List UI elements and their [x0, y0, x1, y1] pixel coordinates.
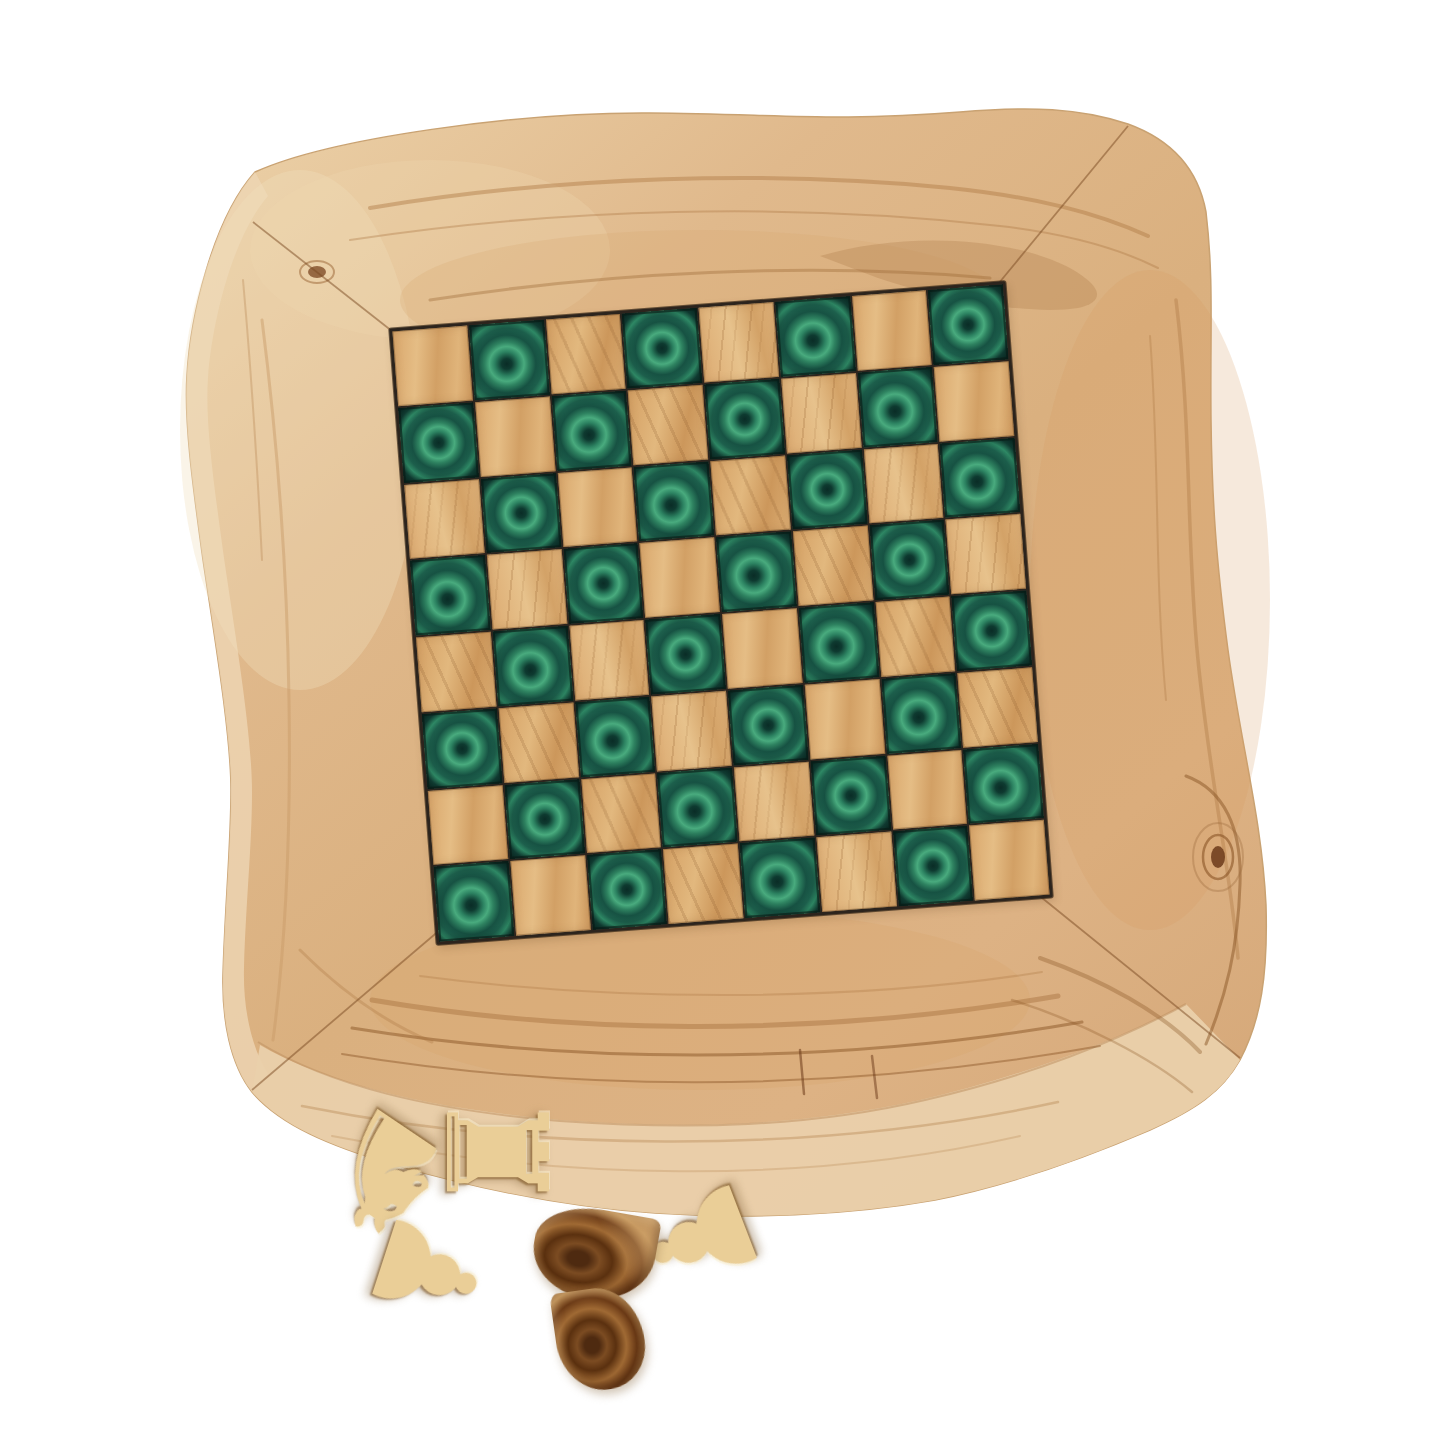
- square-d2: [657, 767, 737, 847]
- square-c3: [575, 696, 655, 776]
- square-d4: [646, 614, 726, 694]
- square-d3: [651, 691, 731, 771]
- square-b5: [487, 549, 567, 629]
- square-b6: [481, 473, 561, 553]
- square-f2: [810, 755, 890, 835]
- square-g6: [863, 443, 943, 523]
- square-b7: [475, 396, 555, 476]
- square-h1: [969, 820, 1049, 900]
- square-a7: [398, 402, 478, 482]
- square-g3: [881, 673, 961, 753]
- square-a3: [422, 708, 502, 788]
- square-e8: [699, 302, 779, 382]
- square-f5: [793, 526, 873, 606]
- square-h3: [958, 667, 1038, 747]
- square-c4: [569, 620, 649, 700]
- square-h6: [940, 437, 1020, 517]
- square-f6: [787, 449, 867, 529]
- square-e1: [740, 838, 820, 918]
- square-a1: [434, 861, 514, 941]
- square-c8: [545, 314, 625, 394]
- square-f7: [781, 373, 861, 453]
- square-h2: [963, 744, 1043, 824]
- square-c5: [563, 543, 643, 623]
- square-b2: [504, 779, 584, 859]
- square-h7: [934, 361, 1014, 441]
- chess-board: [389, 281, 1053, 945]
- square-a6: [404, 479, 484, 559]
- square-g7: [857, 367, 937, 447]
- square-g8: [852, 290, 932, 370]
- square-a4: [416, 632, 496, 712]
- square-a2: [428, 785, 508, 865]
- square-c2: [581, 773, 661, 853]
- square-f3: [804, 679, 884, 759]
- square-c7: [551, 390, 631, 470]
- square-d5: [640, 538, 720, 618]
- square-g2: [887, 749, 967, 829]
- square-e7: [704, 379, 784, 459]
- square-d8: [622, 308, 702, 388]
- square-c6: [557, 467, 637, 547]
- square-e3: [728, 685, 808, 765]
- square-f1: [816, 832, 896, 912]
- square-e5: [716, 532, 796, 612]
- square-d6: [634, 461, 714, 541]
- square-e4: [722, 608, 802, 688]
- square-h5: [946, 514, 1026, 594]
- square-e2: [734, 761, 814, 841]
- square-b4: [493, 626, 573, 706]
- square-e6: [710, 455, 790, 535]
- square-c1: [587, 850, 667, 930]
- square-b8: [469, 320, 549, 400]
- square-f4: [799, 602, 879, 682]
- square-h4: [952, 591, 1032, 671]
- square-d1: [663, 844, 743, 924]
- square-g4: [875, 596, 955, 676]
- square-d7: [628, 385, 708, 465]
- loose-rook-piece: ♜: [425, 1082, 565, 1222]
- square-g5: [869, 520, 949, 600]
- square-h8: [928, 284, 1008, 364]
- square-a5: [410, 555, 490, 635]
- square-f8: [775, 296, 855, 376]
- square-b1: [510, 855, 590, 935]
- square-b3: [498, 702, 578, 782]
- square-g1: [893, 826, 973, 906]
- product-photo-scene: ♞♜♟♟: [0, 0, 1445, 1445]
- square-a8: [392, 326, 472, 406]
